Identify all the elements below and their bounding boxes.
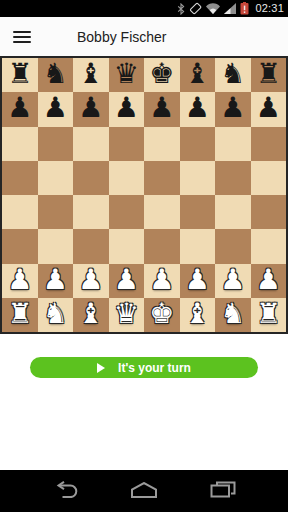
square-d2[interactable]: ♟ xyxy=(109,264,145,298)
square-d8[interactable]: ♛ xyxy=(109,58,145,92)
square-c1[interactable]: ♝ xyxy=(73,298,109,332)
square-b2[interactable]: ♟ xyxy=(38,264,74,298)
square-f7[interactable]: ♟ xyxy=(180,92,216,126)
square-g1[interactable]: ♞ xyxy=(215,298,251,332)
piece-white-pawn: ♟ xyxy=(149,266,174,294)
square-c3[interactable] xyxy=(73,229,109,263)
square-c5[interactable] xyxy=(73,161,109,195)
piece-black-rook: ♜ xyxy=(7,60,32,88)
its-your-turn-button[interactable]: It's your turn xyxy=(30,357,258,378)
square-b6[interactable] xyxy=(38,127,74,161)
square-d4[interactable] xyxy=(109,195,145,229)
square-a4[interactable] xyxy=(2,195,38,229)
square-f5[interactable] xyxy=(180,161,216,195)
status-bar: 02:31 xyxy=(0,0,288,17)
square-a1[interactable]: ♜ xyxy=(2,298,38,332)
square-e5[interactable] xyxy=(144,161,180,195)
square-h4[interactable] xyxy=(251,195,287,229)
piece-white-pawn: ♟ xyxy=(7,266,32,294)
square-f4[interactable] xyxy=(180,195,216,229)
piece-black-pawn: ♟ xyxy=(114,94,139,122)
square-f8[interactable]: ♝ xyxy=(180,58,216,92)
piece-white-knight: ♞ xyxy=(220,300,245,328)
square-b3[interactable] xyxy=(38,229,74,263)
status-clock: 02:31 xyxy=(255,3,284,14)
square-g6[interactable] xyxy=(215,127,251,161)
hamburger-menu-icon[interactable] xyxy=(13,31,31,43)
piece-black-king: ♚ xyxy=(149,60,174,88)
piece-black-knight: ♞ xyxy=(220,60,245,88)
piece-black-bishop: ♝ xyxy=(185,60,210,88)
square-f2[interactable]: ♟ xyxy=(180,264,216,298)
app-bar: Bobby Fischer xyxy=(0,17,288,56)
piece-white-pawn: ♟ xyxy=(185,266,210,294)
square-b8[interactable]: ♞ xyxy=(38,58,74,92)
piece-white-knight: ♞ xyxy=(43,300,68,328)
chess-board: ♜♞♝♛♚♝♞♜♟♟♟♟♟♟♟♟♟♟♟♟♟♟♟♟♜♞♝♛♚♝♞♜ xyxy=(0,56,288,334)
piece-white-pawn: ♟ xyxy=(114,266,139,294)
square-f3[interactable] xyxy=(180,229,216,263)
piece-black-pawn: ♟ xyxy=(185,94,210,122)
piece-white-king: ♚ xyxy=(149,300,174,328)
square-b5[interactable] xyxy=(38,161,74,195)
square-f6[interactable] xyxy=(180,127,216,161)
square-a8[interactable]: ♜ xyxy=(2,58,38,92)
piece-white-bishop: ♝ xyxy=(185,300,210,328)
square-b1[interactable]: ♞ xyxy=(38,298,74,332)
square-d3[interactable] xyxy=(109,229,145,263)
wifi-icon xyxy=(206,3,220,14)
square-h7[interactable]: ♟ xyxy=(251,92,287,126)
square-c2[interactable]: ♟ xyxy=(73,264,109,298)
square-e1[interactable]: ♚ xyxy=(144,298,180,332)
square-a6[interactable] xyxy=(2,127,38,161)
play-icon xyxy=(97,363,105,373)
square-c6[interactable] xyxy=(73,127,109,161)
square-e6[interactable] xyxy=(144,127,180,161)
square-h6[interactable] xyxy=(251,127,287,161)
square-e3[interactable] xyxy=(144,229,180,263)
piece-white-pawn: ♟ xyxy=(78,266,103,294)
piece-white-bishop: ♝ xyxy=(78,300,103,328)
signal-icon xyxy=(224,3,236,14)
square-g7[interactable]: ♟ xyxy=(215,92,251,126)
phone-screen: 02:31 Bobby Fischer ♜♞♝♛♚♝♞♜♟♟♟♟♟♟♟♟♟♟♟♟… xyxy=(0,0,288,512)
android-nav-bar xyxy=(0,470,288,512)
square-d1[interactable]: ♛ xyxy=(109,298,145,332)
square-d5[interactable] xyxy=(109,161,145,195)
square-g4[interactable] xyxy=(215,195,251,229)
home-icon xyxy=(130,482,158,501)
square-a7[interactable]: ♟ xyxy=(2,92,38,126)
square-h1[interactable]: ♜ xyxy=(251,298,287,332)
square-a3[interactable] xyxy=(2,229,38,263)
back-icon xyxy=(53,481,78,501)
square-c7[interactable]: ♟ xyxy=(73,92,109,126)
square-h3[interactable] xyxy=(251,229,287,263)
square-g3[interactable] xyxy=(215,229,251,263)
square-c8[interactable]: ♝ xyxy=(73,58,109,92)
square-f1[interactable]: ♝ xyxy=(180,298,216,332)
bluetooth-icon xyxy=(177,3,185,15)
piece-black-pawn: ♟ xyxy=(220,94,245,122)
turn-button-label: It's your turn xyxy=(118,362,191,374)
screen-rotation-icon xyxy=(189,2,202,15)
piece-white-rook: ♜ xyxy=(7,300,32,328)
piece-white-rook: ♜ xyxy=(256,300,281,328)
piece-black-pawn: ♟ xyxy=(149,94,174,122)
piece-black-pawn: ♟ xyxy=(7,94,32,122)
square-h8[interactable]: ♜ xyxy=(251,58,287,92)
square-d6[interactable] xyxy=(109,127,145,161)
square-c4[interactable] xyxy=(73,195,109,229)
square-g8[interactable]: ♞ xyxy=(215,58,251,92)
piece-black-rook: ♜ xyxy=(256,60,281,88)
piece-black-pawn: ♟ xyxy=(256,94,281,122)
square-b4[interactable] xyxy=(38,195,74,229)
piece-white-pawn: ♟ xyxy=(220,266,245,294)
square-e4[interactable] xyxy=(144,195,180,229)
square-d7[interactable]: ♟ xyxy=(109,92,145,126)
recents-button[interactable] xyxy=(210,481,236,501)
square-a5[interactable] xyxy=(2,161,38,195)
recents-icon xyxy=(210,481,236,501)
piece-black-pawn: ♟ xyxy=(78,94,103,122)
piece-white-queen: ♛ xyxy=(114,300,139,328)
piece-black-queen: ♛ xyxy=(114,60,139,88)
square-h2[interactable]: ♟ xyxy=(251,264,287,298)
square-b7[interactable]: ♟ xyxy=(38,92,74,126)
battery-low-icon xyxy=(240,2,249,15)
square-e7[interactable]: ♟ xyxy=(144,92,180,126)
piece-black-knight: ♞ xyxy=(43,60,68,88)
piece-black-pawn: ♟ xyxy=(43,94,68,122)
square-e2[interactable]: ♟ xyxy=(144,264,180,298)
square-g5[interactable] xyxy=(215,161,251,195)
page-title: Bobby Fischer xyxy=(77,29,166,45)
square-h5[interactable] xyxy=(251,161,287,195)
piece-white-pawn: ♟ xyxy=(256,266,281,294)
square-a2[interactable]: ♟ xyxy=(2,264,38,298)
back-button[interactable] xyxy=(53,481,78,501)
piece-white-pawn: ♟ xyxy=(43,266,68,294)
square-e8[interactable]: ♚ xyxy=(144,58,180,92)
piece-black-bishop: ♝ xyxy=(78,60,103,88)
square-g2[interactable]: ♟ xyxy=(215,264,251,298)
home-button[interactable] xyxy=(130,482,158,501)
